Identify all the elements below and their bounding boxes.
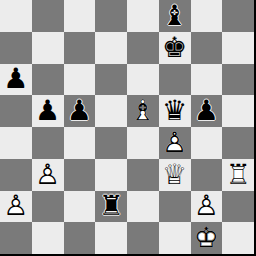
square-c5[interactable]: ♟ [64, 95, 96, 127]
square-e2[interactable] [127, 191, 159, 223]
white-pawn[interactable]: ♟♙ [0, 191, 32, 223]
square-d3[interactable] [95, 159, 127, 191]
piece-solid-layer: ♟ [64, 95, 96, 127]
white-pawn[interactable]: ♟♙ [32, 159, 64, 191]
square-d7[interactable] [95, 32, 127, 64]
square-c8[interactable] [64, 0, 96, 32]
black-pawn[interactable]: ♟ [64, 95, 96, 127]
square-h3[interactable]: ♜♖ [222, 159, 254, 191]
chess-board-frame: ♝♚♟♟♟♝♗♛♟♟♙♟♙♛♕♜♖♟♙♜♟♙♚♔ [0, 0, 256, 256]
piece-outline-layer: ♔ [191, 222, 223, 254]
piece-solid-layer: ♛ [159, 95, 191, 127]
black-king[interactable]: ♚ [159, 32, 191, 64]
piece-solid-layer: ♝ [159, 0, 191, 32]
black-rook[interactable]: ♜ [95, 191, 127, 223]
square-b3[interactable]: ♟♙ [32, 159, 64, 191]
square-h2[interactable] [222, 191, 254, 223]
square-g5[interactable]: ♟ [191, 95, 223, 127]
piece-outline-layer: ♙ [159, 127, 191, 159]
square-d1[interactable] [95, 222, 127, 254]
square-h4[interactable] [222, 127, 254, 159]
black-pawn[interactable]: ♟ [32, 95, 64, 127]
square-b6[interactable] [32, 64, 64, 96]
black-pawn[interactable]: ♟ [191, 95, 223, 127]
square-c2[interactable] [64, 191, 96, 223]
square-g4[interactable] [191, 127, 223, 159]
square-e7[interactable] [127, 32, 159, 64]
square-f5[interactable]: ♛ [159, 95, 191, 127]
chess-board: ♝♚♟♟♟♝♗♛♟♟♙♟♙♛♕♜♖♟♙♜♟♙♚♔ [0, 0, 254, 254]
square-b4[interactable] [32, 127, 64, 159]
square-a6[interactable]: ♟ [0, 64, 32, 96]
square-h1[interactable] [222, 222, 254, 254]
white-queen[interactable]: ♛♕ [159, 159, 191, 191]
square-d6[interactable] [95, 64, 127, 96]
square-g1[interactable]: ♚♔ [191, 222, 223, 254]
square-e5[interactable]: ♝♗ [127, 95, 159, 127]
black-pawn[interactable]: ♟ [0, 64, 32, 96]
square-a2[interactable]: ♟♙ [0, 191, 32, 223]
piece-solid-layer: ♚ [159, 32, 191, 64]
white-rook[interactable]: ♜♖ [222, 159, 254, 191]
square-f4[interactable]: ♟♙ [159, 127, 191, 159]
square-c4[interactable] [64, 127, 96, 159]
square-a1[interactable] [0, 222, 32, 254]
square-g7[interactable] [191, 32, 223, 64]
white-pawn[interactable]: ♟♙ [191, 191, 223, 223]
square-b7[interactable] [32, 32, 64, 64]
piece-outline-layer: ♖ [222, 159, 254, 191]
piece-solid-layer: ♟ [191, 95, 223, 127]
piece-outline-layer: ♙ [32, 159, 64, 191]
square-a8[interactable] [0, 0, 32, 32]
square-b8[interactable] [32, 0, 64, 32]
square-h5[interactable] [222, 95, 254, 127]
square-a5[interactable] [0, 95, 32, 127]
square-c1[interactable] [64, 222, 96, 254]
square-f2[interactable] [159, 191, 191, 223]
square-e8[interactable] [127, 0, 159, 32]
square-a3[interactable] [0, 159, 32, 191]
square-f7[interactable]: ♚ [159, 32, 191, 64]
square-h8[interactable] [222, 0, 254, 32]
square-g8[interactable] [191, 0, 223, 32]
piece-solid-layer: ♜ [95, 191, 127, 223]
black-bishop[interactable]: ♝ [159, 0, 191, 32]
square-c6[interactable] [64, 64, 96, 96]
white-bishop[interactable]: ♝♗ [127, 95, 159, 127]
square-f1[interactable] [159, 222, 191, 254]
square-c7[interactable] [64, 32, 96, 64]
white-pawn[interactable]: ♟♙ [159, 127, 191, 159]
square-d4[interactable] [95, 127, 127, 159]
square-h6[interactable] [222, 64, 254, 96]
square-h7[interactable] [222, 32, 254, 64]
piece-solid-layer: ♟ [0, 64, 32, 96]
square-c3[interactable] [64, 159, 96, 191]
square-d2[interactable]: ♜ [95, 191, 127, 223]
square-g2[interactable]: ♟♙ [191, 191, 223, 223]
black-queen[interactable]: ♛ [159, 95, 191, 127]
square-e6[interactable] [127, 64, 159, 96]
square-d8[interactable] [95, 0, 127, 32]
white-king[interactable]: ♚♔ [191, 222, 223, 254]
square-e4[interactable] [127, 127, 159, 159]
square-a4[interactable] [0, 127, 32, 159]
square-e1[interactable] [127, 222, 159, 254]
square-b5[interactable]: ♟ [32, 95, 64, 127]
square-g3[interactable] [191, 159, 223, 191]
square-d5[interactable] [95, 95, 127, 127]
piece-outline-layer: ♕ [159, 159, 191, 191]
square-g6[interactable] [191, 64, 223, 96]
square-a7[interactable] [0, 32, 32, 64]
square-b2[interactable] [32, 191, 64, 223]
square-e3[interactable] [127, 159, 159, 191]
piece-solid-layer: ♟ [32, 95, 64, 127]
piece-outline-layer: ♙ [0, 191, 32, 223]
square-b1[interactable] [32, 222, 64, 254]
piece-outline-layer: ♗ [127, 95, 159, 127]
piece-outline-layer: ♙ [191, 191, 223, 223]
square-f3[interactable]: ♛♕ [159, 159, 191, 191]
square-f8[interactable]: ♝ [159, 0, 191, 32]
square-f6[interactable] [159, 64, 191, 96]
